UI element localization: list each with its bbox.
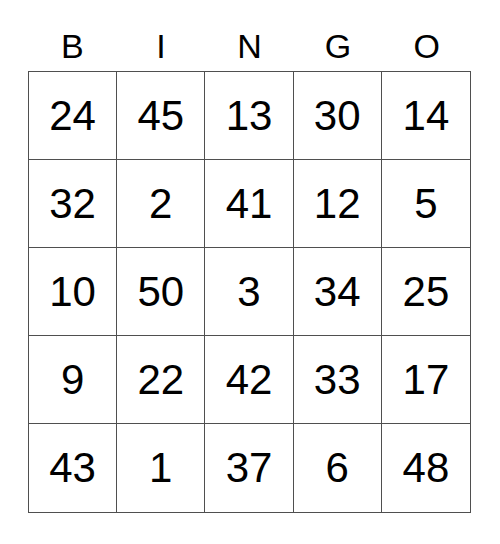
cell-r2c5: 5 <box>382 160 470 248</box>
column-letter-N: N <box>205 0 294 71</box>
cell-r3c1: 10 <box>29 248 117 336</box>
cell-r2c4: 12 <box>294 160 382 248</box>
cell-r4c5: 17 <box>382 336 470 424</box>
cell-r1c5: 14 <box>382 72 470 160</box>
cell-r1c4: 30 <box>294 72 382 160</box>
cell-r3c4: 34 <box>294 248 382 336</box>
cell-r5c4: 6 <box>294 424 382 512</box>
cell-r3c5: 25 <box>382 248 470 336</box>
bingo-card: BINGO 2445133014322411251050334259224233… <box>28 0 471 513</box>
bingo-header: BINGO <box>28 0 471 71</box>
column-letter-I: I <box>117 0 206 71</box>
cell-r1c1: 24 <box>29 72 117 160</box>
cell-r2c1: 32 <box>29 160 117 248</box>
cell-r5c1: 43 <box>29 424 117 512</box>
cell-r4c2: 22 <box>117 336 205 424</box>
cell-r4c3: 42 <box>205 336 293 424</box>
column-letter-O: O <box>382 0 471 71</box>
cell-r1c3: 13 <box>205 72 293 160</box>
column-letter-B: B <box>28 0 117 71</box>
cell-r3c3: 3 <box>205 248 293 336</box>
cell-r2c3: 41 <box>205 160 293 248</box>
bingo-grid: 2445133014322411251050334259224233174313… <box>28 71 471 513</box>
cell-r1c2: 45 <box>117 72 205 160</box>
cell-r5c5: 48 <box>382 424 470 512</box>
cell-r3c2: 50 <box>117 248 205 336</box>
column-letter-G: G <box>294 0 383 71</box>
cell-r4c4: 33 <box>294 336 382 424</box>
cell-r4c1: 9 <box>29 336 117 424</box>
cell-r2c2: 2 <box>117 160 205 248</box>
cell-r5c2: 1 <box>117 424 205 512</box>
cell-r5c3: 37 <box>205 424 293 512</box>
